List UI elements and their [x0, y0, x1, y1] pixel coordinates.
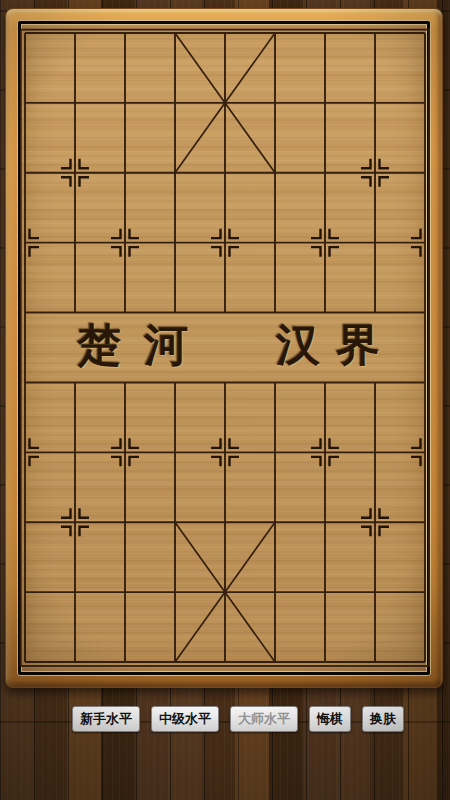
board-frame — [5, 8, 443, 688]
button-intermediate-level[interactable]: 中级水平 — [151, 706, 219, 732]
toolbar: 新手水平 中级水平 大师水平 悔棋 换肤 — [13, 706, 450, 734]
button-undo-move[interactable]: 悔棋 — [309, 706, 351, 732]
board-surface[interactable] — [21, 24, 427, 672]
button-master-level[interactable]: 大师水平 — [230, 706, 298, 732]
button-change-skin[interactable]: 换肤 — [362, 706, 404, 732]
xiangqi-game-screen: 楚河 汉界 新手水平 中级水平 大师水平 悔棋 换肤 — [0, 0, 450, 800]
button-novice-level[interactable]: 新手水平 — [72, 706, 140, 732]
